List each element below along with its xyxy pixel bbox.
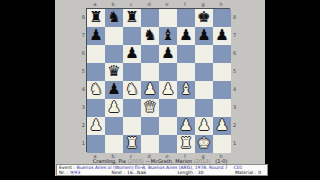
file-label-c: c <box>122 1 140 7</box>
video-frame: abcdefgh 87654321 87654321 ♜♞♜♚♟♞♝♟♟♟♟♟♛… <box>0 0 320 180</box>
square-f5 <box>177 63 195 81</box>
square-f4: ♝ <box>177 81 195 99</box>
next-move-stat: Next :16...Na6 <box>112 170 146 175</box>
square-d7: ♞ <box>141 27 159 45</box>
rank-label-1: 1 <box>79 134 85 152</box>
white-pawn-f2: ♟ <box>177 117 195 135</box>
square-d4: ♟ <box>141 81 159 99</box>
square-a8: ♜ <box>87 9 105 27</box>
square-a6 <box>87 45 105 63</box>
pillarbox-right <box>265 0 320 180</box>
square-h7: ♟ <box>213 27 231 45</box>
pillarbox-left <box>0 0 55 180</box>
file-label-e: e <box>158 1 176 7</box>
black-pawn-c6: ♟ <box>123 45 141 63</box>
black-pawn-b4: ♟ <box>105 81 123 99</box>
square-b3: ♟ <box>105 99 123 117</box>
rank-label-6: 6 <box>79 44 85 62</box>
square-b2 <box>105 117 123 135</box>
rank-label-2: 2 <box>233 116 239 134</box>
rank-label-8: 8 <box>233 8 239 26</box>
rank-label-5: 5 <box>233 62 239 80</box>
square-b1 <box>105 135 123 153</box>
length-value: 30 <box>198 170 204 175</box>
rank-label-6: 6 <box>233 44 239 62</box>
square-b7 <box>105 27 123 45</box>
black-pawn-a7: ♟ <box>87 27 105 45</box>
square-f7: ♟ <box>177 27 195 45</box>
white-queen-d3: ♛ <box>141 99 159 117</box>
white-pawn-e4: ♟ <box>159 81 177 99</box>
square-a7: ♟ <box>87 27 105 45</box>
white-pawn-g2: ♟ <box>195 117 213 135</box>
material-value: 0 <box>258 170 261 175</box>
file-label-b: b <box>104 1 122 7</box>
square-g4 <box>195 81 213 99</box>
square-c7 <box>123 27 141 45</box>
rank-label-4: 4 <box>233 80 239 98</box>
square-b4: ♟ <box>105 81 123 99</box>
rank-label-3: 3 <box>79 98 85 116</box>
square-f6 <box>177 45 195 63</box>
square-h1 <box>213 135 231 153</box>
black-bishop-e7: ♝ <box>159 27 177 45</box>
square-b8: ♞ <box>105 9 123 27</box>
square-a4: ♞ <box>87 81 105 99</box>
rank-labels-left: 87654321 <box>79 8 85 152</box>
file-label-h: h <box>212 1 230 7</box>
black-pawn-f7: ♟ <box>177 27 195 45</box>
square-h3 <box>213 99 231 117</box>
square-b5: ♛ <box>105 63 123 81</box>
square-d5 <box>141 63 159 81</box>
square-h4 <box>213 81 231 99</box>
rank-labels-right: 87654321 <box>233 8 239 152</box>
square-h6 <box>213 45 231 63</box>
game-number-label: Nr. : <box>59 170 68 175</box>
square-b6 <box>105 45 123 63</box>
square-e8 <box>159 9 177 27</box>
rank-label-5: 5 <box>79 62 85 80</box>
square-f3 <box>177 99 195 117</box>
material-stat: Material :0 <box>235 170 261 175</box>
black-pawn-g7: ♟ <box>195 27 213 45</box>
square-d3: ♛ <box>141 99 159 117</box>
square-a1 <box>87 135 105 153</box>
length-stat: Length :30 <box>177 170 203 175</box>
square-c2 <box>123 117 141 135</box>
white-pawn-b3: ♟ <box>105 99 123 117</box>
game-number-value: 9/93 <box>70 170 80 175</box>
rank-label-4: 4 <box>79 80 85 98</box>
game-info-box: Event : Buenos Aires ol (Women) fin-B, B… <box>56 164 268 176</box>
white-pawn-d4: ♟ <box>141 81 159 99</box>
square-g8: ♚ <box>195 9 213 27</box>
square-c3 <box>123 99 141 117</box>
square-d2 <box>141 117 159 135</box>
black-knight-b8: ♞ <box>105 9 123 27</box>
white-knight-a4: ♞ <box>87 81 105 99</box>
board-grid: ♜♞♜♚♟♞♝♟♟♟♟♟♛♞♟♞♟♟♝♟♛♟♟♟♟♜♜♚ <box>86 8 230 152</box>
square-c5 <box>123 63 141 81</box>
square-a3 <box>87 99 105 117</box>
square-e6: ♟ <box>159 45 177 63</box>
square-e4: ♟ <box>159 81 177 99</box>
length-label: Length : <box>177 170 195 175</box>
rank-label-7: 7 <box>79 26 85 44</box>
black-rook-c8: ♜ <box>123 9 141 27</box>
file-label-d: d <box>140 1 158 7</box>
square-a2: ♟ <box>87 117 105 135</box>
square-a5 <box>87 63 105 81</box>
square-c1: ♜ <box>123 135 141 153</box>
next-move-value: 16...Na6 <box>127 170 146 175</box>
black-queen-b5: ♛ <box>105 63 123 81</box>
black-knight-d7: ♞ <box>141 27 159 45</box>
square-f8 <box>177 9 195 27</box>
square-g7: ♟ <box>195 27 213 45</box>
square-d6 <box>141 45 159 63</box>
file-label-f: f <box>176 1 194 7</box>
white-rook-f1: ♜ <box>177 135 195 153</box>
bottom-black-strip <box>55 176 265 180</box>
rank-label-3: 3 <box>233 98 239 116</box>
black-pawn-e6: ♟ <box>159 45 177 63</box>
square-h8 <box>213 9 231 27</box>
square-g6 <box>195 45 213 63</box>
rank-label-7: 7 <box>233 26 239 44</box>
file-label-a: a <box>86 1 104 7</box>
white-bishop-f4: ♝ <box>177 81 195 99</box>
file-labels-top: abcdefgh <box>86 1 230 7</box>
square-g5 <box>195 63 213 81</box>
square-g2: ♟ <box>195 117 213 135</box>
rank-label-2: 2 <box>79 116 85 134</box>
square-c8: ♜ <box>123 9 141 27</box>
square-g3 <box>195 99 213 117</box>
next-move-label: Next : <box>112 170 125 175</box>
stats-line: Nr. :9/93 Next :16...Na6 Length :30 Mate… <box>59 170 265 175</box>
square-h2: ♟ <box>213 117 231 135</box>
square-g1: ♚ <box>195 135 213 153</box>
game-number-stat: Nr. :9/93 <box>59 170 80 175</box>
square-e1 <box>159 135 177 153</box>
square-d1 <box>141 135 159 153</box>
square-h5 <box>213 63 231 81</box>
square-e2 <box>159 117 177 135</box>
square-f2: ♟ <box>177 117 195 135</box>
chess-diagram-panel: abcdefgh 87654321 87654321 ♜♞♜♚♟♞♝♟♟♟♟♟♛… <box>55 0 265 176</box>
square-c6: ♟ <box>123 45 141 63</box>
rank-label-1: 1 <box>233 134 239 152</box>
rank-label-8: 8 <box>79 8 85 26</box>
black-king-g8: ♚ <box>195 9 213 27</box>
event-value: Buenos Aires ol (Women) fin-B, Buenos Ai… <box>77 165 228 170</box>
square-d8 <box>141 9 159 27</box>
white-knight-c4: ♞ <box>123 81 141 99</box>
square-e3 <box>159 99 177 117</box>
square-f1: ♜ <box>177 135 195 153</box>
file-label-g: g <box>194 1 212 7</box>
black-pawn-h7: ♟ <box>213 27 231 45</box>
white-rook-c1: ♜ <box>123 135 141 153</box>
square-e7: ♝ <box>159 27 177 45</box>
white-pawn-h2: ♟ <box>213 117 231 135</box>
white-king-g1: ♚ <box>195 135 213 153</box>
square-c4: ♞ <box>123 81 141 99</box>
material-label: Material : <box>235 170 256 175</box>
square-e5 <box>159 63 177 81</box>
white-pawn-a2: ♟ <box>87 117 105 135</box>
black-rook-a8: ♜ <box>87 9 105 27</box>
